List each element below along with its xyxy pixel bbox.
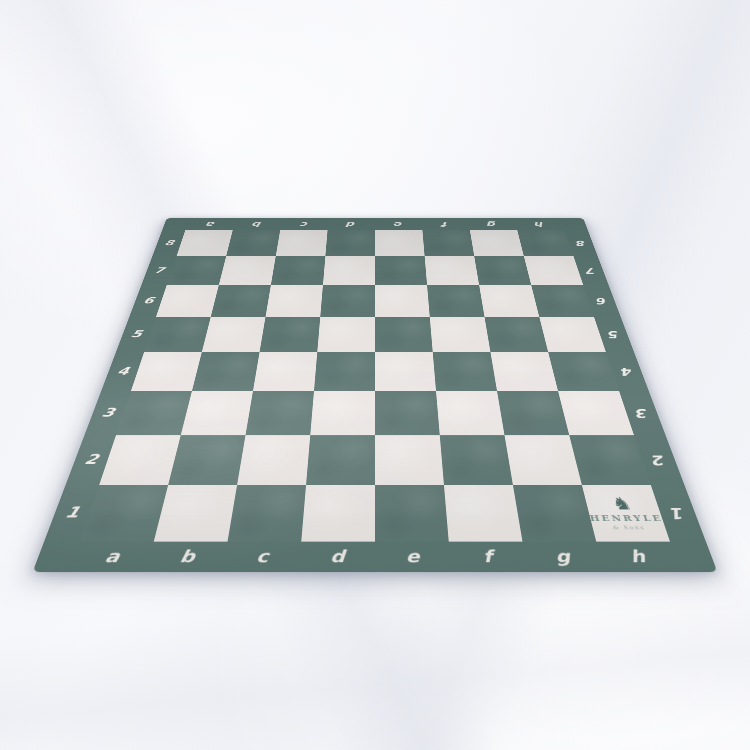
file-label-bottom-h: h xyxy=(628,548,647,565)
square-g4 xyxy=(490,352,558,391)
coord-file-b-bottom: b xyxy=(146,542,227,573)
rank-label-left-4: 4 xyxy=(116,366,131,377)
square-e1 xyxy=(375,485,449,542)
square-b3 xyxy=(181,391,253,435)
square-g6 xyxy=(479,285,539,317)
square-d2 xyxy=(306,435,375,485)
rank-label-right-3: 3 xyxy=(634,407,650,419)
file-label-bottom-c: c xyxy=(255,548,269,565)
coord-file-c-bottom: c xyxy=(222,542,301,573)
square-b2 xyxy=(168,435,245,485)
square-d7 xyxy=(323,256,375,285)
square-f6 xyxy=(427,285,484,317)
coord-file-h-top: h xyxy=(514,218,564,230)
square-d1 xyxy=(301,485,375,542)
square-a3 xyxy=(116,391,192,435)
file-label-bottom-b: b xyxy=(178,548,196,565)
rank-label-left-5: 5 xyxy=(130,329,144,338)
square-f3 xyxy=(436,391,504,435)
square-d6 xyxy=(320,285,375,317)
rank-label-right-4: 4 xyxy=(619,366,634,377)
coord-file-e-top: e xyxy=(375,218,422,230)
square-g5 xyxy=(484,317,548,352)
square-e3 xyxy=(375,391,440,435)
coord-file-g-top: g xyxy=(468,218,517,230)
file-label-bottom-d: d xyxy=(330,548,345,565)
square-a6 xyxy=(156,285,219,317)
file-label-top-g: g xyxy=(487,221,497,228)
square-c3 xyxy=(245,391,313,435)
brand-tagline: & Sons xyxy=(612,524,646,530)
square-b7 xyxy=(219,256,276,285)
rank-label-right-7: 7 xyxy=(585,266,597,274)
square-c2 xyxy=(237,435,310,485)
coord-file-c-top: c xyxy=(280,218,328,230)
square-c6 xyxy=(266,285,323,317)
square-f4 xyxy=(433,352,497,391)
coord-file-d-top: d xyxy=(328,218,375,230)
square-h6 xyxy=(531,285,594,317)
square-c8 xyxy=(276,230,328,256)
file-label-top-c: c xyxy=(300,221,308,228)
square-c4 xyxy=(253,352,317,391)
square-f5 xyxy=(430,317,491,352)
rank-label-right-2: 2 xyxy=(650,453,667,466)
mat-corner-top-right xyxy=(561,218,588,230)
square-f8 xyxy=(422,230,474,256)
square-d5 xyxy=(317,317,375,352)
coord-file-d-bottom: d xyxy=(299,542,375,573)
square-e6 xyxy=(375,285,430,317)
square-d8 xyxy=(325,230,375,256)
square-d4 xyxy=(314,352,375,391)
file-label-top-f: f xyxy=(442,221,448,228)
square-b4 xyxy=(192,352,260,391)
square-a5 xyxy=(144,317,211,352)
rank-label-right-1: 1 xyxy=(668,505,687,520)
square-b1 xyxy=(154,485,237,542)
file-label-top-h: h xyxy=(534,221,545,228)
square-a8 xyxy=(176,230,232,256)
brand-name: HENRYLE xyxy=(589,513,665,523)
rank-label-left-1: 1 xyxy=(63,505,82,520)
square-b8 xyxy=(226,230,280,256)
file-label-bottom-f: f xyxy=(482,548,493,565)
square-c5 xyxy=(260,317,321,352)
square-f7 xyxy=(425,256,479,285)
knight-icon: ♞ xyxy=(610,495,634,512)
file-label-top-e: e xyxy=(394,221,403,228)
file-label-top-a: a xyxy=(206,221,216,228)
rank-label-right-8: 8 xyxy=(575,239,587,246)
square-g8 xyxy=(470,230,524,256)
file-label-bottom-g: g xyxy=(554,548,572,565)
chess-mat-wrapper: abcdefgh887766554433221♞HENRYLE& Sons1ab… xyxy=(116,93,634,611)
rank-label-right-6: 6 xyxy=(595,296,608,305)
rank-label-right-5: 5 xyxy=(607,329,621,338)
square-f2 xyxy=(440,435,513,485)
square-e7 xyxy=(375,256,427,285)
square-a7 xyxy=(167,256,226,285)
square-b5 xyxy=(202,317,266,352)
file-label-bottom-a: a xyxy=(103,548,122,565)
file-label-top-d: d xyxy=(347,221,356,228)
square-h8 xyxy=(517,230,573,256)
coord-file-a-top: a xyxy=(185,218,235,230)
photo-backdrop: abcdefgh887766554433221♞HENRYLE& Sons1ab… xyxy=(0,0,750,750)
coord-file-f-bottom: f xyxy=(449,542,528,573)
square-d3 xyxy=(310,391,375,435)
file-label-top-b: b xyxy=(252,221,262,228)
rank-label-left-8: 8 xyxy=(163,239,175,246)
square-a4 xyxy=(131,352,202,391)
coord-file-f-top: f xyxy=(421,218,469,230)
square-e4 xyxy=(375,352,436,391)
square-c7 xyxy=(271,256,325,285)
square-b6 xyxy=(211,285,271,317)
square-e8 xyxy=(375,230,425,256)
square-g3 xyxy=(497,391,569,435)
rank-label-left-6: 6 xyxy=(142,296,155,305)
square-h7 xyxy=(524,256,583,285)
coord-file-e-bottom: e xyxy=(375,542,451,573)
square-h5 xyxy=(539,317,606,352)
chess-mat: abcdefgh887766554433221♞HENRYLE& Sons1ab… xyxy=(33,218,718,572)
square-f1 xyxy=(444,485,523,542)
square-g7 xyxy=(474,256,531,285)
rank-label-left-7: 7 xyxy=(153,266,165,274)
coord-file-a-bottom: a xyxy=(70,542,154,573)
rank-label-left-3: 3 xyxy=(100,407,116,419)
square-c1 xyxy=(228,485,307,542)
square-e5 xyxy=(375,317,433,352)
file-label-bottom-e: e xyxy=(405,548,419,565)
rank-label-left-2: 2 xyxy=(83,453,100,466)
coord-file-h-bottom: h xyxy=(596,542,680,573)
coord-file-g-bottom: g xyxy=(522,542,603,573)
square-e2 xyxy=(375,435,444,485)
coord-file-b-top: b xyxy=(233,218,282,230)
